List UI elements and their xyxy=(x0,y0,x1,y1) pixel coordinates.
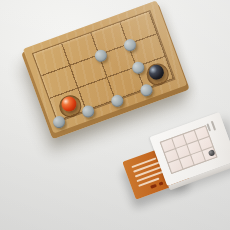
photo-scene xyxy=(0,0,230,230)
card-grid xyxy=(160,125,218,174)
card-target-dot xyxy=(207,149,215,157)
fine-print-line xyxy=(211,121,216,131)
puzzle-board xyxy=(23,0,187,133)
card-footer-mark xyxy=(150,184,156,188)
card-grid-cell xyxy=(202,147,216,160)
challenge-card-box xyxy=(118,112,230,224)
board-face xyxy=(23,0,187,133)
card-footer-mark xyxy=(159,182,164,186)
